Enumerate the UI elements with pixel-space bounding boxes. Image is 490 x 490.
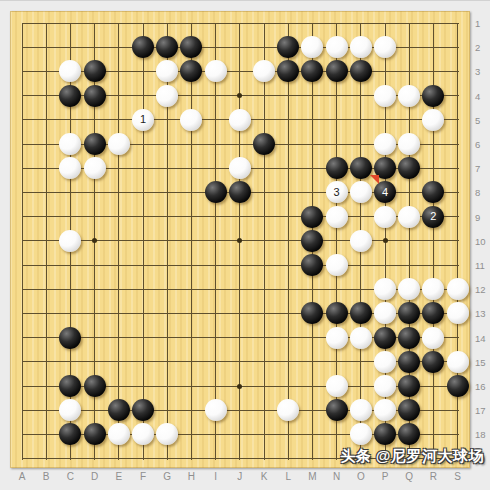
grid-line [118, 23, 119, 460]
stone-black[interactable] [422, 181, 444, 203]
stone-white[interactable] [398, 278, 420, 300]
stone-black[interactable] [84, 85, 106, 107]
column-label: Q [405, 471, 413, 482]
stone-black[interactable] [398, 157, 420, 179]
column-label: M [308, 471, 316, 482]
column-label: E [115, 471, 122, 482]
row-label: 6 [475, 139, 480, 150]
stone-black[interactable] [326, 157, 348, 179]
last-move-marker-icon [370, 175, 379, 184]
stone-white[interactable] [59, 399, 81, 421]
row-label: 13 [475, 308, 486, 319]
stone-white[interactable] [422, 109, 444, 131]
stone-white[interactable] [156, 60, 178, 82]
stone-black[interactable] [205, 181, 227, 203]
column-label: I [214, 471, 217, 482]
stone-white[interactable] [350, 181, 372, 203]
row-label: 9 [475, 211, 480, 222]
row-label: 7 [475, 163, 480, 174]
stone-black[interactable] [374, 423, 396, 445]
stone-white[interactable] [326, 36, 348, 58]
stone-white[interactable] [374, 351, 396, 373]
stone-white[interactable] [398, 133, 420, 155]
stone-black[interactable] [301, 206, 323, 228]
stone-black[interactable] [398, 302, 420, 324]
stone-white[interactable] [350, 36, 372, 58]
star-point [383, 238, 388, 243]
stone-black[interactable] [59, 423, 81, 445]
stone-black[interactable] [301, 60, 323, 82]
stone-white[interactable] [374, 206, 396, 228]
go-app-window: 1342 ABCDEFGHIJKLMNOPQRS 123456789101112… [0, 0, 490, 490]
stone-black[interactable] [398, 375, 420, 397]
row-label: 11 [475, 260, 485, 271]
row-label: 1 [475, 18, 480, 29]
grid-line [143, 23, 144, 460]
stone-black[interactable] [59, 327, 81, 349]
stone-white[interactable] [447, 278, 469, 300]
row-label: 10 [475, 235, 486, 246]
grid-line [264, 23, 265, 460]
stone-black[interactable] [277, 36, 299, 58]
stone-white[interactable] [350, 230, 372, 252]
stone-white[interactable] [156, 423, 178, 445]
row-label: 17 [475, 405, 486, 416]
stone-black[interactable] [277, 60, 299, 82]
go-board[interactable]: 1342 [10, 11, 470, 468]
grid-line [288, 23, 289, 460]
column-label: S [454, 471, 461, 482]
star-point [237, 93, 242, 98]
stone-black[interactable] [398, 351, 420, 373]
move-number: 3 [334, 187, 340, 198]
stone-black[interactable] [84, 423, 106, 445]
column-label: H [188, 471, 195, 482]
column-label: R [430, 471, 437, 482]
stone-white[interactable] [374, 85, 396, 107]
grid-line [22, 23, 459, 24]
stone-black[interactable] [326, 302, 348, 324]
stone-white[interactable] [277, 399, 299, 421]
row-label: 18 [475, 429, 486, 440]
stone-white[interactable] [447, 302, 469, 324]
move-number: 2 [430, 211, 436, 222]
stone-black[interactable] [422, 351, 444, 373]
column-label: C [67, 471, 74, 482]
column-label: K [261, 471, 268, 482]
stone-white[interactable]: 1 [132, 109, 154, 131]
star-point [92, 238, 97, 243]
stone-black[interactable] [84, 133, 106, 155]
stone-black[interactable] [156, 36, 178, 58]
stone-white[interactable] [180, 109, 202, 131]
stone-white[interactable] [59, 230, 81, 252]
stone-white[interactable] [253, 60, 275, 82]
stone-white[interactable] [301, 36, 323, 58]
grid-line [215, 23, 216, 460]
stone-white[interactable] [229, 157, 251, 179]
stone-white[interactable] [374, 375, 396, 397]
stone-white[interactable] [350, 423, 372, 445]
stone-black[interactable] [229, 181, 251, 203]
grid-line [191, 23, 192, 460]
stone-black[interactable] [180, 60, 202, 82]
stone-white[interactable] [374, 302, 396, 324]
stone-black[interactable] [84, 375, 106, 397]
stone-white[interactable] [422, 327, 444, 349]
stone-black[interactable] [374, 327, 396, 349]
stone-white[interactable] [422, 278, 444, 300]
stone-white[interactable] [205, 399, 227, 421]
stone-white[interactable] [350, 327, 372, 349]
stone-black[interactable] [326, 60, 348, 82]
grid-line [46, 23, 47, 460]
column-label: L [285, 471, 291, 482]
column-label: O [357, 471, 365, 482]
stone-white[interactable] [350, 399, 372, 421]
stone-white[interactable] [398, 85, 420, 107]
column-label: B [43, 471, 50, 482]
stone-black[interactable] [447, 375, 469, 397]
move-number: 1 [140, 114, 146, 125]
stone-white[interactable] [326, 206, 348, 228]
stone-black[interactable]: 2 [422, 206, 444, 228]
stone-white[interactable] [326, 327, 348, 349]
row-label: 15 [475, 356, 486, 367]
row-label: 4 [475, 90, 480, 101]
stone-black[interactable] [180, 36, 202, 58]
stone-white[interactable] [59, 133, 81, 155]
row-label: 5 [475, 114, 480, 125]
row-label: 8 [475, 187, 480, 198]
grid-line [22, 23, 23, 460]
stone-white[interactable]: 3 [326, 181, 348, 203]
stone-white[interactable] [374, 36, 396, 58]
stone-black[interactable] [350, 157, 372, 179]
stone-black[interactable] [350, 60, 372, 82]
stone-black[interactable] [132, 399, 154, 421]
column-label: F [140, 471, 146, 482]
stone-black[interactable] [59, 375, 81, 397]
star-point [237, 384, 242, 389]
column-label: A [19, 471, 26, 482]
stone-black[interactable] [398, 423, 420, 445]
stone-black[interactable]: 4 [374, 181, 396, 203]
column-label: J [237, 471, 242, 482]
row-label: 3 [475, 66, 480, 77]
stone-black[interactable] [84, 60, 106, 82]
column-label: D [91, 471, 98, 482]
watermark: 头条 @尼罗河大球场 [340, 447, 484, 466]
stone-black[interactable] [132, 36, 154, 58]
stone-black[interactable] [398, 399, 420, 421]
row-label: 12 [475, 284, 486, 295]
stone-white[interactable] [326, 254, 348, 276]
stone-black[interactable] [398, 327, 420, 349]
stone-white[interactable] [229, 109, 251, 131]
stone-white[interactable] [59, 60, 81, 82]
stone-white[interactable] [108, 423, 130, 445]
stone-black[interactable] [59, 85, 81, 107]
stone-white[interactable] [374, 278, 396, 300]
stone-black[interactable] [422, 302, 444, 324]
stone-black[interactable] [301, 302, 323, 324]
stone-white[interactable] [156, 85, 178, 107]
stone-black[interactable] [350, 302, 372, 324]
stone-white[interactable] [84, 157, 106, 179]
stone-white[interactable] [374, 399, 396, 421]
stone-black[interactable] [301, 230, 323, 252]
row-label: 14 [475, 332, 486, 343]
move-number: 4 [382, 187, 388, 198]
stone-white[interactable] [205, 60, 227, 82]
star-point [237, 238, 242, 243]
stone-white[interactable] [59, 157, 81, 179]
stone-white[interactable] [326, 375, 348, 397]
column-label: P [382, 471, 389, 482]
stone-black[interactable] [253, 133, 275, 155]
row-label: 2 [475, 42, 480, 53]
stone-black[interactable] [326, 399, 348, 421]
column-label: N [333, 471, 340, 482]
stone-white[interactable] [447, 351, 469, 373]
stone-white[interactable] [108, 133, 130, 155]
row-label: 16 [475, 381, 486, 392]
column-label: G [163, 471, 171, 482]
stone-white[interactable] [374, 133, 396, 155]
stone-black[interactable] [301, 254, 323, 276]
grid-line [22, 265, 459, 266]
stone-black[interactable] [422, 85, 444, 107]
stone-black[interactable] [108, 399, 130, 421]
stone-white[interactable] [398, 206, 420, 228]
stone-white[interactable] [132, 423, 154, 445]
